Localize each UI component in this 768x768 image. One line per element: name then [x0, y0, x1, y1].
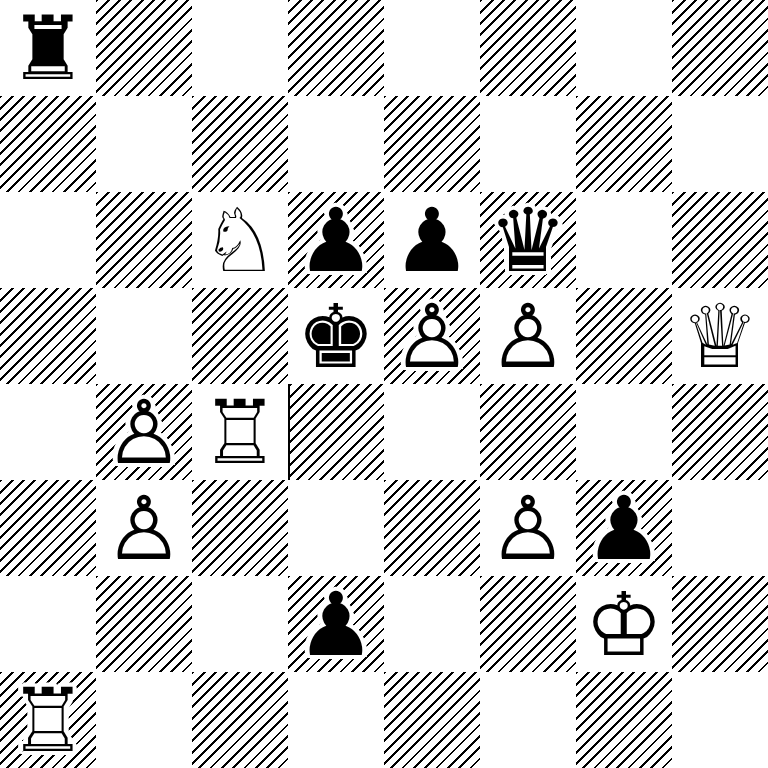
square-h1[interactable] [672, 672, 768, 768]
square-c6[interactable]: ♞♘ [192, 192, 288, 288]
square-c2[interactable] [192, 576, 288, 672]
square-a4[interactable] [0, 384, 96, 480]
square-h3[interactable] [672, 480, 768, 576]
square-a3[interactable] [0, 480, 96, 576]
black-pawn-icon: ♟ [576, 480, 672, 576]
square-f8[interactable] [480, 0, 576, 96]
black-rook-icon: ♜ [0, 0, 96, 96]
black-pawn-piece: ♟ [288, 576, 384, 672]
white-rook-piece: ♜♖ [0, 672, 96, 768]
white-king-piece: ♚♔ [576, 576, 672, 672]
square-f5[interactable]: ♟♙ [480, 288, 576, 384]
square-h2[interactable] [672, 576, 768, 672]
square-c5[interactable] [192, 288, 288, 384]
square-c8[interactable] [192, 0, 288, 96]
square-h6[interactable] [672, 192, 768, 288]
white-rook-icon: ♖ [192, 384, 288, 480]
white-queen-icon: ♕ [672, 288, 768, 384]
square-g2[interactable]: ♚♔ [576, 576, 672, 672]
square-h8[interactable] [672, 0, 768, 96]
square-c3[interactable] [192, 480, 288, 576]
white-pawn-piece: ♟♙ [96, 480, 192, 576]
square-b2[interactable] [96, 576, 192, 672]
white-pawn-piece: ♟♙ [480, 288, 576, 384]
square-b6[interactable] [96, 192, 192, 288]
square-g1[interactable] [576, 672, 672, 768]
square-e2[interactable] [384, 576, 480, 672]
square-e6[interactable]: ♟ [384, 192, 480, 288]
square-d4[interactable] [288, 384, 384, 480]
square-d3[interactable] [288, 480, 384, 576]
square-g8[interactable] [576, 0, 672, 96]
square-a8[interactable]: ♜ [0, 0, 96, 96]
white-pawn-icon: ♙ [480, 288, 576, 384]
black-rook-piece: ♜ [0, 0, 96, 96]
square-d2[interactable]: ♟ [288, 576, 384, 672]
white-knight-piece: ♞♘ [192, 192, 288, 288]
square-f6[interactable]: ♛ [480, 192, 576, 288]
black-pawn-piece: ♟ [384, 192, 480, 288]
square-f4[interactable] [480, 384, 576, 480]
square-a7[interactable] [0, 96, 96, 192]
square-e7[interactable] [384, 96, 480, 192]
black-pawn-icon: ♟ [288, 576, 384, 672]
square-b1[interactable] [96, 672, 192, 768]
black-queen-piece: ♛ [480, 192, 576, 288]
white-rook-piece: ♜♖ [192, 384, 288, 480]
square-d5[interactable]: ♚ [288, 288, 384, 384]
white-pawn-piece: ♟♙ [480, 480, 576, 576]
square-g7[interactable] [576, 96, 672, 192]
black-pawn-piece: ♟ [576, 480, 672, 576]
square-h7[interactable] [672, 96, 768, 192]
white-pawn-icon: ♙ [96, 480, 192, 576]
square-b8[interactable] [96, 0, 192, 96]
square-g5[interactable] [576, 288, 672, 384]
white-pawn-icon: ♙ [480, 480, 576, 576]
square-b7[interactable] [96, 96, 192, 192]
square-g6[interactable] [576, 192, 672, 288]
square-e3[interactable] [384, 480, 480, 576]
square-f1[interactable] [480, 672, 576, 768]
square-g3[interactable]: ♟ [576, 480, 672, 576]
white-queen-piece: ♛♕ [672, 288, 768, 384]
square-d1[interactable] [288, 672, 384, 768]
square-f3[interactable]: ♟♙ [480, 480, 576, 576]
white-knight-icon: ♘ [192, 192, 288, 288]
square-b3[interactable]: ♟♙ [96, 480, 192, 576]
square-f2[interactable] [480, 576, 576, 672]
square-f7[interactable] [480, 96, 576, 192]
white-pawn-icon: ♙ [96, 384, 192, 480]
square-a5[interactable] [0, 288, 96, 384]
black-pawn-piece: ♟ [288, 192, 384, 288]
square-e4[interactable] [384, 384, 480, 480]
square-e8[interactable] [384, 0, 480, 96]
square-e1[interactable] [384, 672, 480, 768]
square-a1[interactable]: ♜♖ [0, 672, 96, 768]
square-c7[interactable] [192, 96, 288, 192]
white-pawn-icon: ♙ [384, 288, 480, 384]
square-a2[interactable] [0, 576, 96, 672]
white-pawn-piece: ♟♙ [96, 384, 192, 480]
white-king-icon: ♔ [576, 576, 672, 672]
black-pawn-icon: ♟ [288, 192, 384, 288]
square-d6[interactable]: ♟ [288, 192, 384, 288]
square-d7[interactable] [288, 96, 384, 192]
black-queen-icon: ♛ [480, 192, 576, 288]
square-h4[interactable] [672, 384, 768, 480]
square-b5[interactable] [96, 288, 192, 384]
white-pawn-piece: ♟♙ [384, 288, 480, 384]
chess-board: ♜♞♘♟♟♛♚♟♙♟♙♛♕♟♙♜♖♟♙♟♙♟♟♚♔♜♖ [0, 0, 768, 768]
square-c4[interactable]: ♜♖ [192, 384, 288, 480]
square-c1[interactable] [192, 672, 288, 768]
square-a6[interactable] [0, 192, 96, 288]
square-h5[interactable]: ♛♕ [672, 288, 768, 384]
black-king-icon: ♚ [288, 288, 384, 384]
square-b4[interactable]: ♟♙ [96, 384, 192, 480]
square-e5[interactable]: ♟♙ [384, 288, 480, 384]
square-d8[interactable] [288, 0, 384, 96]
black-pawn-icon: ♟ [384, 192, 480, 288]
white-rook-icon: ♖ [0, 672, 96, 768]
black-king-piece: ♚ [288, 288, 384, 384]
square-g4[interactable] [576, 384, 672, 480]
